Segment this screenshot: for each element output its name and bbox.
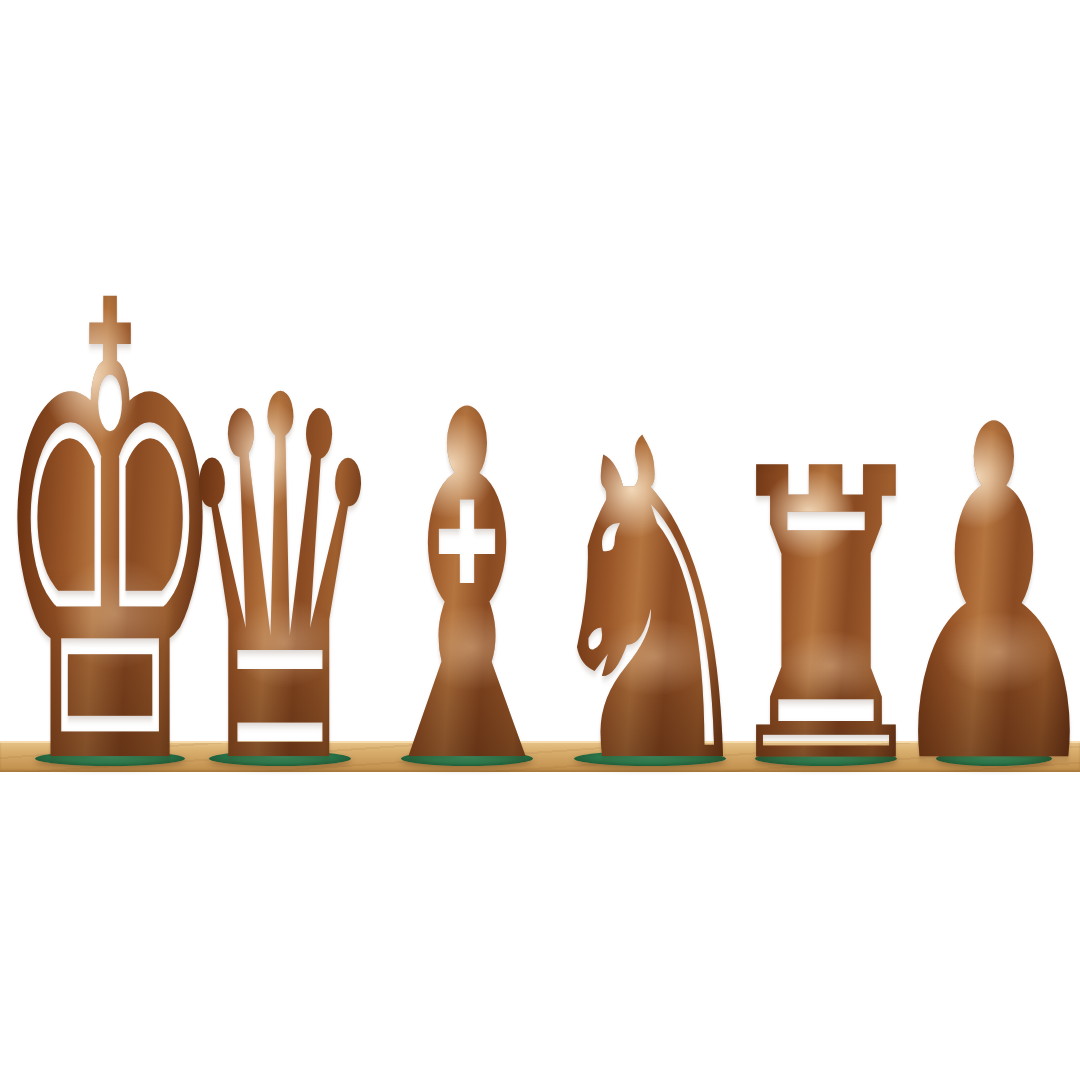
pawn-piece: ♟︎ (881, 367, 1080, 827)
product-photo: ♚ ♛ ♝ ♞ ♜ ♟︎ (0, 0, 1080, 1080)
